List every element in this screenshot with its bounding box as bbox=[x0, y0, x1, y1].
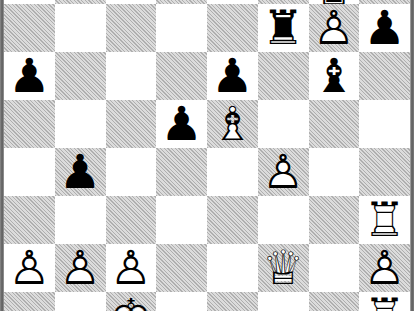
square-f2[interactable]: ♛♕ bbox=[258, 244, 309, 292]
white-pawn-icon: ♙ bbox=[4, 244, 55, 292]
square-a3[interactable] bbox=[4, 196, 55, 244]
white-pawn-icon: ♙ bbox=[106, 244, 157, 292]
square-e3[interactable] bbox=[207, 196, 258, 244]
board-frame-right bbox=[410, 0, 414, 311]
square-d4[interactable] bbox=[156, 148, 207, 196]
square-c1[interactable]: ♚♔ bbox=[106, 292, 157, 311]
white-king-piece[interactable]: ♚♔ bbox=[106, 292, 157, 311]
square-d5[interactable]: ♟ bbox=[156, 100, 207, 148]
white-pawn-icon: ♙ bbox=[258, 148, 309, 196]
square-h7[interactable]: ♟ bbox=[359, 4, 410, 52]
white-king-icon: ♔ bbox=[106, 292, 157, 311]
white-rook-icon: ♖ bbox=[359, 292, 410, 311]
square-d6[interactable] bbox=[156, 52, 207, 100]
square-e7[interactable] bbox=[207, 4, 258, 52]
square-a2[interactable]: ♟♙ bbox=[4, 244, 55, 292]
square-a7[interactable] bbox=[4, 4, 55, 52]
square-d7[interactable] bbox=[156, 4, 207, 52]
black-bishop-piece[interactable]: ♝ bbox=[309, 52, 360, 100]
square-g1[interactable] bbox=[309, 292, 360, 311]
black-rook-piece[interactable]: ♜ bbox=[258, 4, 309, 52]
white-pawn-icon: ♙ bbox=[359, 244, 410, 292]
black-pawn-piece[interactable]: ♟ bbox=[55, 148, 106, 196]
square-b5[interactable] bbox=[55, 100, 106, 148]
black-pawn-piece[interactable]: ♟ bbox=[4, 52, 55, 100]
square-g3[interactable] bbox=[309, 196, 360, 244]
square-g7[interactable]: ♟♙ bbox=[309, 4, 360, 52]
square-b7[interactable] bbox=[55, 4, 106, 52]
square-c3[interactable] bbox=[106, 196, 157, 244]
square-f5[interactable] bbox=[258, 100, 309, 148]
white-pawn-piece[interactable]: ♟♙ bbox=[55, 244, 106, 292]
square-c7[interactable] bbox=[106, 4, 157, 52]
square-a4[interactable] bbox=[4, 148, 55, 196]
square-b1[interactable] bbox=[55, 292, 106, 311]
square-c5[interactable] bbox=[106, 100, 157, 148]
square-h4[interactable] bbox=[359, 148, 410, 196]
square-e6[interactable]: ♟ bbox=[207, 52, 258, 100]
square-c2[interactable]: ♟♙ bbox=[106, 244, 157, 292]
black-pawn-piece[interactable]: ♟ bbox=[359, 4, 410, 52]
square-g6[interactable]: ♝ bbox=[309, 52, 360, 100]
square-b3[interactable] bbox=[55, 196, 106, 244]
square-e4[interactable] bbox=[207, 148, 258, 196]
white-pawn-piece[interactable]: ♟♙ bbox=[359, 244, 410, 292]
white-pawn-icon: ♙ bbox=[309, 4, 360, 52]
white-rook-piece[interactable]: ♜♖ bbox=[359, 292, 410, 311]
square-g4[interactable] bbox=[309, 148, 360, 196]
white-queen-icon: ♕ bbox=[258, 244, 309, 292]
black-bishop-icon: ♝ bbox=[309, 52, 360, 100]
square-a6[interactable]: ♟ bbox=[4, 52, 55, 100]
white-rook-piece[interactable]: ♜♖ bbox=[359, 196, 410, 244]
black-pawn-icon: ♟ bbox=[55, 148, 106, 196]
black-pawn-icon: ♟ bbox=[4, 52, 55, 100]
white-pawn-piece[interactable]: ♟♙ bbox=[258, 148, 309, 196]
square-a5[interactable] bbox=[4, 100, 55, 148]
square-f7[interactable]: ♜ bbox=[258, 4, 309, 52]
square-h2[interactable]: ♟♙ bbox=[359, 244, 410, 292]
white-pawn-piece[interactable]: ♟♙ bbox=[106, 244, 157, 292]
square-f1[interactable] bbox=[258, 292, 309, 311]
square-h3[interactable]: ♜♖ bbox=[359, 196, 410, 244]
square-f3[interactable] bbox=[258, 196, 309, 244]
black-pawn-icon: ♟ bbox=[359, 4, 410, 52]
square-c6[interactable] bbox=[106, 52, 157, 100]
chess-diagram: ♚♜♟♙♟♟♟♝♟♝♗♟♟♙♜♖♟♙♟♙♟♙♛♕♟♙♚♔♜♖ bbox=[0, 0, 414, 311]
black-pawn-piece[interactable]: ♟ bbox=[207, 52, 258, 100]
square-d3[interactable] bbox=[156, 196, 207, 244]
square-h5[interactable] bbox=[359, 100, 410, 148]
white-pawn-piece[interactable]: ♟♙ bbox=[309, 4, 360, 52]
white-bishop-icon: ♗ bbox=[207, 100, 258, 148]
square-g5[interactable] bbox=[309, 100, 360, 148]
square-f4[interactable]: ♟♙ bbox=[258, 148, 309, 196]
black-rook-icon: ♜ bbox=[258, 4, 309, 52]
white-queen-piece[interactable]: ♛♕ bbox=[258, 244, 309, 292]
square-f6[interactable] bbox=[258, 52, 309, 100]
white-rook-icon: ♖ bbox=[359, 196, 410, 244]
square-d1[interactable] bbox=[156, 292, 207, 311]
square-h6[interactable] bbox=[359, 52, 410, 100]
square-b2[interactable]: ♟♙ bbox=[55, 244, 106, 292]
white-bishop-piece[interactable]: ♝♗ bbox=[207, 100, 258, 148]
chess-board: ♚♜♟♙♟♟♟♝♟♝♗♟♟♙♜♖♟♙♟♙♟♙♛♕♟♙♚♔♜♖ bbox=[4, 0, 410, 311]
square-b6[interactable] bbox=[55, 52, 106, 100]
black-pawn-piece[interactable]: ♟ bbox=[156, 100, 207, 148]
square-h1[interactable]: ♜♖ bbox=[359, 292, 410, 311]
black-pawn-icon: ♟ bbox=[207, 52, 258, 100]
square-a1[interactable] bbox=[4, 292, 55, 311]
square-b4[interactable]: ♟ bbox=[55, 148, 106, 196]
white-pawn-piece[interactable]: ♟♙ bbox=[4, 244, 55, 292]
square-g2[interactable] bbox=[309, 244, 360, 292]
square-d2[interactable] bbox=[156, 244, 207, 292]
white-pawn-icon: ♙ bbox=[55, 244, 106, 292]
square-c4[interactable] bbox=[106, 148, 157, 196]
square-e5[interactable]: ♝♗ bbox=[207, 100, 258, 148]
square-e2[interactable] bbox=[207, 244, 258, 292]
square-e1[interactable] bbox=[207, 292, 258, 311]
black-pawn-icon: ♟ bbox=[156, 100, 207, 148]
